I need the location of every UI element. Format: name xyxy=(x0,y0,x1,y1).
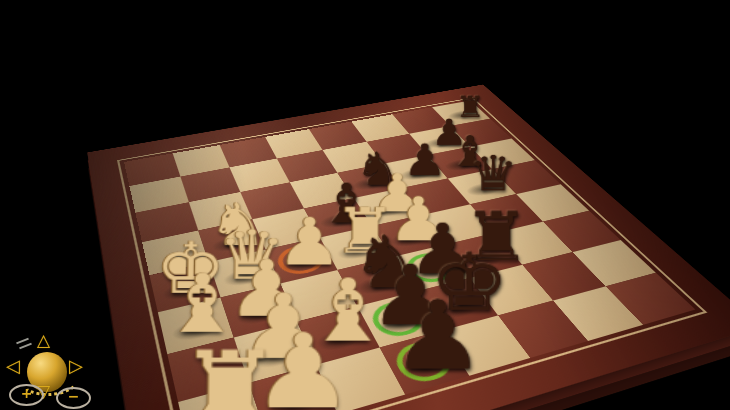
rotate-up-arrow-icon[interactable]: △ xyxy=(37,330,50,350)
view-navigation-widget: △ ◁ ▷ ▽ + − xyxy=(6,334,98,406)
black-pawn-h4[interactable]: ♟ xyxy=(390,289,484,384)
chess-3d-scene: ♜♟♞♟♝♞♝♟♛♚♛♟♜♟♝♟♞♟♜♟♝♟♚♜♟♟ xyxy=(0,0,730,410)
rotate-right-arrow-icon[interactable]: ▷ xyxy=(69,355,83,376)
square-h1[interactable]: ♜ xyxy=(178,383,266,410)
white-rook-h1[interactable]: ♜ xyxy=(175,337,282,410)
black-queen-d7[interactable]: ♛ xyxy=(468,150,517,199)
rotate-left-arrow-icon[interactable]: ◁ xyxy=(6,355,20,376)
menu-hatch-icon[interactable] xyxy=(16,340,34,352)
chess-board: ♜♟♞♟♝♞♝♟♛♚♛♟♜♟♝♟♞♟♜♟♝♟♚♜♟♟ xyxy=(87,85,730,410)
zoom-out-button[interactable]: − xyxy=(56,387,91,409)
app-window: { "game": "chess", "app_style": "3d-wood… xyxy=(0,0,730,410)
zoom-in-button[interactable]: + xyxy=(9,384,44,406)
